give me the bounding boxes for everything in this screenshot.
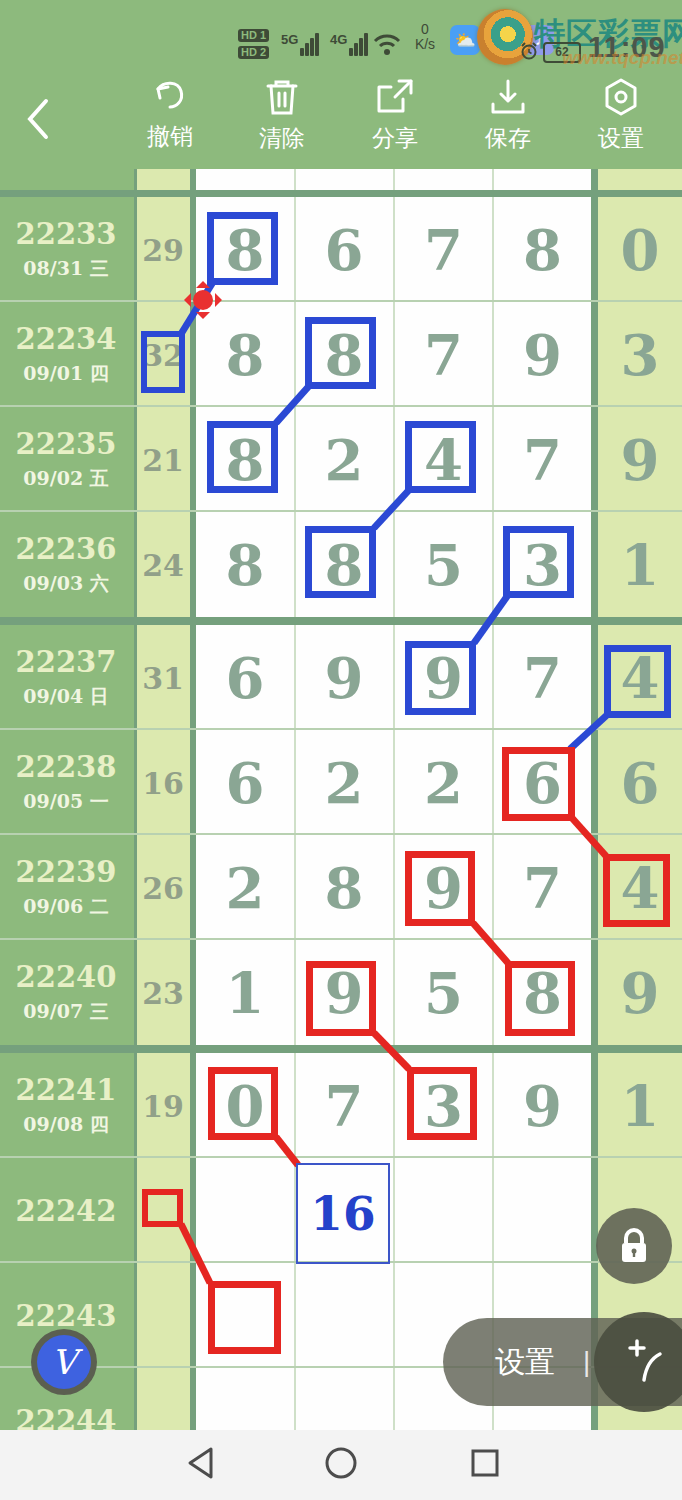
row-date-label[interactable]: 09/08 四 <box>23 1112 108 1138</box>
digit-cell[interactable]: 7 <box>523 855 562 921</box>
digit-cell[interactable]: 7 <box>523 427 562 493</box>
row-gridline <box>0 938 682 940</box>
digit-cell[interactable]: 3 <box>424 1073 463 1139</box>
bottom-settings-pill[interactable]: 设置 | <box>443 1318 682 1406</box>
row-gridline <box>0 728 682 730</box>
digit-cell[interactable]: 9 <box>523 322 562 388</box>
row-sum-value[interactable]: 21 <box>142 442 184 477</box>
digit-cell[interactable]: 8 <box>226 322 265 388</box>
digit-cell[interactable]: 8 <box>325 532 364 598</box>
row-sum-value[interactable]: 26 <box>142 870 184 905</box>
row-sum-value[interactable]: 32 <box>142 337 184 372</box>
digit-cell[interactable]: 2 <box>424 750 463 816</box>
curve-pen-button[interactable] <box>594 1312 682 1412</box>
v-pen-tool-glyph: V <box>37 1335 91 1389</box>
divider <box>190 169 196 1430</box>
nav-home-button[interactable] <box>323 1445 359 1485</box>
back-button[interactable] <box>24 97 52 145</box>
digit-cell[interactable]: 7 <box>325 1073 364 1139</box>
digit-cell[interactable]: 6 <box>523 750 562 816</box>
digit-cell[interactable]: 2 <box>325 427 364 493</box>
group-border <box>0 190 682 197</box>
curve-pen-icon <box>616 1334 672 1390</box>
digit-cell[interactable]: 6 <box>325 217 364 283</box>
row-period-label[interactable]: 22241 <box>16 1073 117 1107</box>
signal-bars-icon-2 <box>349 33 369 60</box>
row-period-label[interactable]: 22238 <box>16 750 117 784</box>
digit-cell[interactable]: 9 <box>523 1073 562 1139</box>
gridline <box>492 169 494 1430</box>
tail-digit-cell[interactable]: 3 <box>621 322 660 388</box>
digit-cell[interactable]: 9 <box>325 960 364 1026</box>
digit-cell[interactable]: 1 <box>226 960 265 1026</box>
row-date-label[interactable]: 09/04 日 <box>23 684 108 710</box>
tail-digit-cell[interactable]: 4 <box>621 855 660 921</box>
status-bar: HD 1 HD 2 5G 4G 0K/s ⛅ V ♪ 特区彩票网 62 11:0… <box>0 0 682 65</box>
row-date-label[interactable]: 09/07 三 <box>23 999 108 1025</box>
tail-digit-cell[interactable]: 9 <box>621 427 660 493</box>
settings-button[interactable]: 设置 <box>576 77 666 154</box>
digit-cell[interactable]: 0 <box>226 1073 265 1139</box>
save-icon <box>488 77 528 117</box>
digit-cell[interactable]: 7 <box>424 322 463 388</box>
row-gridline <box>0 510 682 512</box>
tail-digit-cell[interactable]: 0 <box>621 217 660 283</box>
row-period-label[interactable]: 22239 <box>16 855 117 889</box>
digit-cell[interactable]: 8 <box>523 217 562 283</box>
row-date-label[interactable]: 09/02 五 <box>23 466 108 492</box>
4g-label: 4G <box>330 30 347 48</box>
digit-cell[interactable]: 4 <box>424 427 463 493</box>
nav-back-button[interactable] <box>185 1446 215 1484</box>
row-period-label[interactable]: 22234 <box>16 322 117 356</box>
row-sum-value[interactable]: 24 <box>142 547 184 582</box>
tail-digit-cell[interactable]: 1 <box>621 1073 660 1139</box>
network-speed: 0K/s <box>405 22 445 52</box>
gridline <box>393 169 395 1430</box>
pill-divider: | <box>583 1346 590 1378</box>
digit-cell[interactable]: 9 <box>325 645 364 711</box>
digit-cell[interactable]: 6 <box>226 750 265 816</box>
row-sum-value[interactable]: 29 <box>142 232 184 267</box>
share-button[interactable]: 分享 <box>350 77 440 154</box>
row-gridline <box>0 833 682 835</box>
v-pen-tool-button[interactable]: V <box>31 1329 97 1395</box>
row-period-label[interactable]: 22235 <box>16 427 117 461</box>
row-gridline <box>0 300 682 302</box>
digit-cell[interactable]: 8 <box>226 532 265 598</box>
row-date-label[interactable]: 09/01 四 <box>23 361 108 387</box>
weather-icon: ⛅ <box>450 25 480 55</box>
row-gridline <box>0 1261 682 1263</box>
row-date-label[interactable]: 08/31 三 <box>23 256 108 282</box>
android-nav-bar <box>0 1430 682 1500</box>
row-period-label[interactable]: 22233 <box>16 217 117 251</box>
tail-digit-cell[interactable]: 9 <box>621 960 660 1026</box>
tail-digit-cell[interactable]: 6 <box>621 750 660 816</box>
digit-cell[interactable]: 8 <box>325 855 364 921</box>
digit-cell[interactable]: 5 <box>424 532 463 598</box>
trend-chart-grid[interactable]: 2223308/31 三29867802223409/01 四328879322… <box>0 169 682 1430</box>
toolbar: 撤销 清除 分享 保存 设置 <box>0 65 682 169</box>
row-period-label[interactable]: 22242 <box>16 1194 117 1228</box>
digit-cell[interactable]: 8 <box>325 322 364 388</box>
divider <box>134 169 137 1430</box>
row-date-label[interactable]: 09/03 六 <box>23 571 108 597</box>
share-icon <box>375 77 415 117</box>
row-gridline <box>0 1156 682 1158</box>
digit-cell[interactable]: 8 <box>523 960 562 1026</box>
save-button[interactable]: 保存 <box>463 77 553 154</box>
hd1-badge: HD 1 <box>238 25 269 43</box>
digit-cell[interactable]: 8 <box>226 217 265 283</box>
digit-cell[interactable]: 2 <box>325 750 364 816</box>
group-border <box>0 617 682 625</box>
tail-digit-cell[interactable]: 1 <box>621 532 660 598</box>
group-border <box>0 1045 682 1053</box>
row-period-label[interactable]: 22240 <box>16 960 117 994</box>
digit-cell[interactable]: 9 <box>424 645 463 711</box>
digit-cell[interactable]: 7 <box>424 217 463 283</box>
digit-cell[interactable]: 9 <box>424 855 463 921</box>
settings-icon <box>601 77 641 117</box>
lock-button[interactable] <box>596 1208 672 1284</box>
row-sum-value[interactable]: 16 <box>142 765 184 800</box>
digit-cell[interactable]: 6 <box>226 645 265 711</box>
digit-cell[interactable]: 8 <box>226 427 265 493</box>
5g-label: 5G <box>281 30 298 48</box>
row-sum-value[interactable]: 19 <box>142 1088 184 1123</box>
digit-cell[interactable]: 3 <box>523 532 562 598</box>
hd2-badge: HD 2 <box>238 42 269 60</box>
wifi-icon <box>372 32 402 60</box>
digit-cell[interactable]: 2 <box>226 855 265 921</box>
row-period-label[interactable]: 22243 <box>16 1299 117 1333</box>
signal-bars-icon-1 <box>300 33 320 60</box>
trash-icon <box>263 77 301 117</box>
undo-icon <box>150 77 190 115</box>
clear-button[interactable]: 清除 <box>237 77 327 154</box>
row-sum-value[interactable]: 23 <box>142 975 184 1010</box>
tail-digit-cell[interactable]: 4 <box>621 645 660 711</box>
row-period-label[interactable]: 22237 <box>16 645 117 679</box>
nav-recents-button[interactable] <box>470 1448 500 1482</box>
row-sum-value[interactable]: 31 <box>142 660 184 695</box>
pill-settings-label[interactable]: 设置 <box>495 1342 555 1383</box>
row-gridline <box>0 405 682 407</box>
row-period-label[interactable]: 22236 <box>16 532 117 566</box>
row-date-label[interactable]: 09/06 二 <box>23 894 108 920</box>
gridline <box>294 169 296 1430</box>
lock-icon <box>617 1227 651 1265</box>
alarm-clock-icon <box>520 42 538 64</box>
row-date-label[interactable]: 09/05 一 <box>23 789 108 815</box>
digit-cell[interactable]: 7 <box>523 645 562 711</box>
undo-button[interactable]: 撤销 <box>125 77 215 152</box>
digit-cell[interactable]: 5 <box>424 960 463 1026</box>
